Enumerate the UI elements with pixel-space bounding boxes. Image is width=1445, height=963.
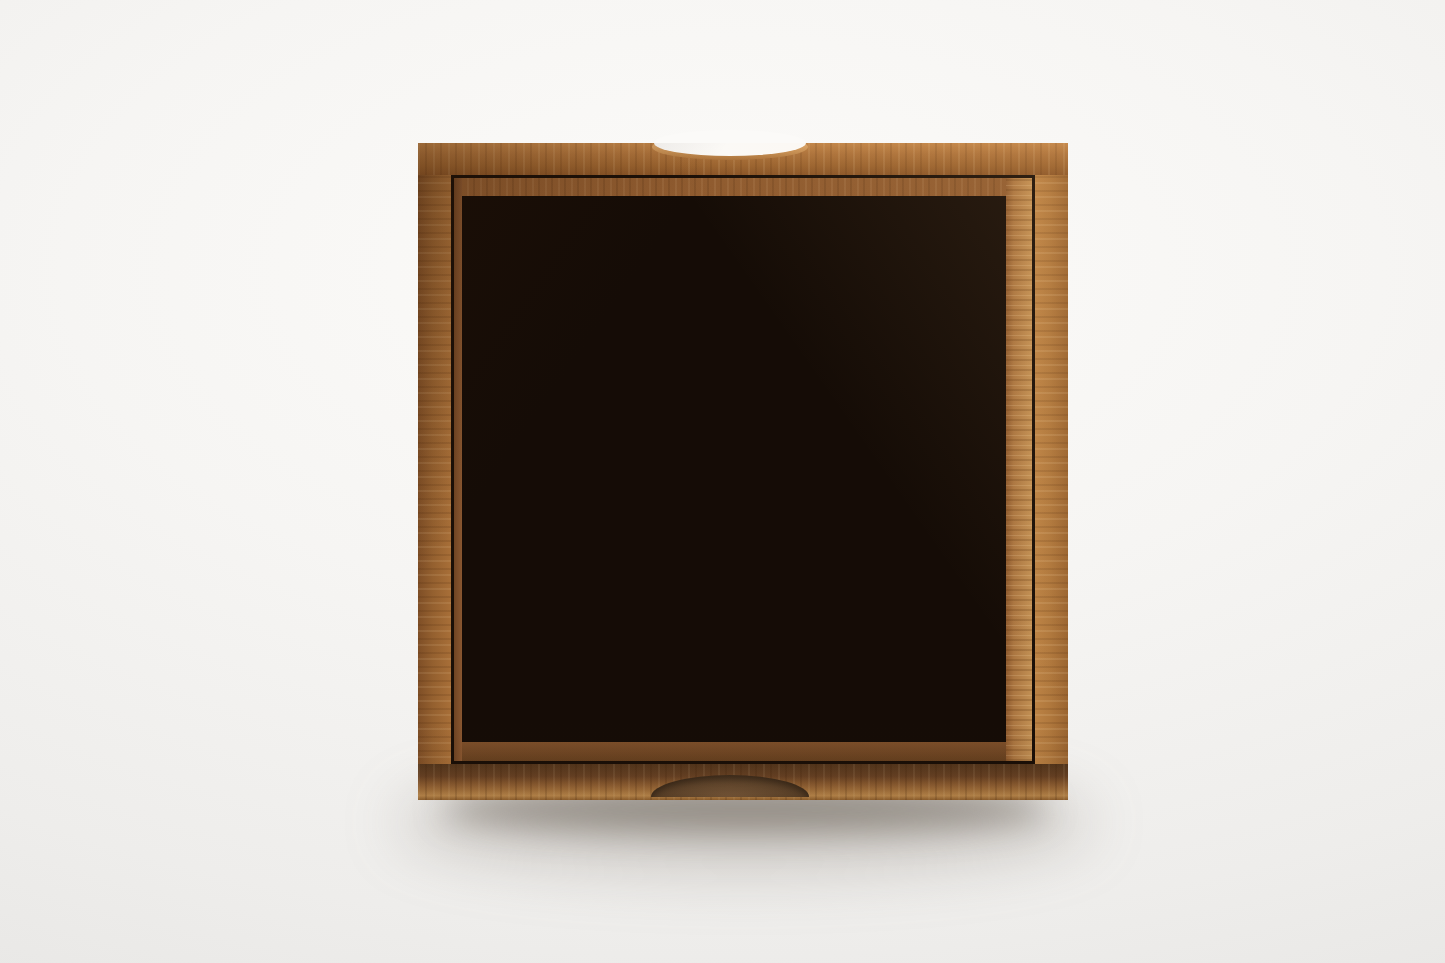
box-frame-left [418,143,451,800]
puzzle-box [418,143,1068,800]
box-frame-top [418,143,1068,175]
tray-seam [451,175,1035,764]
finger-notch-top [654,130,806,156]
box-frame-right [1035,143,1068,800]
inner-tray-lip [454,178,1032,761]
box-frame-bottom [418,764,1068,800]
finger-notch-bottom [651,775,809,797]
tray-lip-bottom [462,742,1006,761]
tray-lip-left [454,178,462,761]
checkerboard-grid [462,196,1006,742]
tray-lip-right [1006,178,1032,761]
photo-background [0,0,1445,963]
